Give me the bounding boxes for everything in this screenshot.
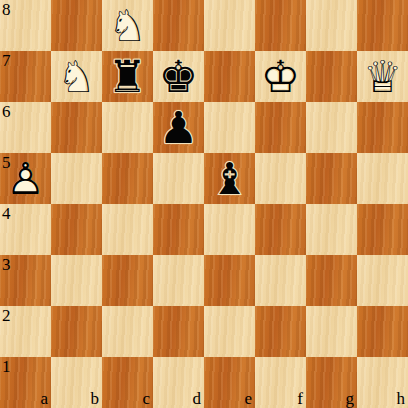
square-a5[interactable]: 5♟♙	[0, 153, 51, 204]
square-e1[interactable]: e	[204, 357, 255, 408]
square-c1[interactable]: c	[102, 357, 153, 408]
square-f3[interactable]	[255, 255, 306, 306]
square-b8[interactable]	[51, 0, 102, 51]
square-f8[interactable]	[255, 0, 306, 51]
white-piece-outline: ♕	[357, 51, 408, 102]
square-e2[interactable]	[204, 306, 255, 357]
piece-white-knight-c8[interactable]: ♞♘	[102, 0, 153, 51]
file-label-b: b	[91, 390, 100, 407]
square-b7[interactable]: ♞♘	[51, 51, 102, 102]
square-a6[interactable]: 6	[0, 102, 51, 153]
white-piece-outline: ♘	[102, 0, 153, 51]
square-d7[interactable]: ♚♚	[153, 51, 204, 102]
rank-label-7: 7	[2, 52, 11, 69]
piece-black-rook-c7[interactable]: ♜♜	[102, 51, 153, 102]
square-g4[interactable]	[306, 204, 357, 255]
square-g8[interactable]	[306, 0, 357, 51]
square-h6[interactable]	[357, 102, 408, 153]
square-d6[interactable]: ♟♟	[153, 102, 204, 153]
square-b1[interactable]: b	[51, 357, 102, 408]
file-label-g: g	[346, 390, 355, 407]
white-piece-outline: ♙	[0, 153, 51, 204]
square-h5[interactable]	[357, 153, 408, 204]
piece-white-queen-h7[interactable]: ♛♕	[357, 51, 408, 102]
piece-black-pawn-d6[interactable]: ♟♟	[153, 102, 204, 153]
square-h2[interactable]	[357, 306, 408, 357]
square-b2[interactable]	[51, 306, 102, 357]
black-piece-body: ♝	[204, 153, 255, 204]
square-a2[interactable]: 2	[0, 306, 51, 357]
square-f7[interactable]: ♚♔	[255, 51, 306, 102]
square-f2[interactable]	[255, 306, 306, 357]
square-c2[interactable]	[102, 306, 153, 357]
white-piece-outline: ♔	[255, 51, 306, 102]
square-c4[interactable]	[102, 204, 153, 255]
square-h8[interactable]	[357, 0, 408, 51]
file-label-f: f	[297, 390, 303, 407]
file-label-h: h	[397, 390, 406, 407]
piece-black-king-d7[interactable]: ♚♚	[153, 51, 204, 102]
square-f6[interactable]	[255, 102, 306, 153]
rank-label-4: 4	[2, 205, 11, 222]
square-c8[interactable]: ♞♘	[102, 0, 153, 51]
square-h1[interactable]: h	[357, 357, 408, 408]
square-d5[interactable]	[153, 153, 204, 204]
square-e8[interactable]	[204, 0, 255, 51]
square-g2[interactable]	[306, 306, 357, 357]
square-g7[interactable]	[306, 51, 357, 102]
square-g3[interactable]	[306, 255, 357, 306]
square-d8[interactable]	[153, 0, 204, 51]
square-c7[interactable]: ♜♜	[102, 51, 153, 102]
file-label-d: d	[193, 390, 202, 407]
square-c6[interactable]	[102, 102, 153, 153]
square-d3[interactable]	[153, 255, 204, 306]
file-label-e: e	[244, 390, 252, 407]
piece-black-bishop-e5[interactable]: ♝♝	[204, 153, 255, 204]
square-a4[interactable]: 4	[0, 204, 51, 255]
square-a3[interactable]: 3	[0, 255, 51, 306]
square-f4[interactable]	[255, 204, 306, 255]
rank-label-1: 1	[2, 358, 11, 375]
square-b6[interactable]	[51, 102, 102, 153]
square-c3[interactable]	[102, 255, 153, 306]
square-g5[interactable]	[306, 153, 357, 204]
file-label-a: a	[40, 390, 48, 407]
square-b4[interactable]	[51, 204, 102, 255]
square-e6[interactable]	[204, 102, 255, 153]
square-b3[interactable]	[51, 255, 102, 306]
black-piece-body: ♜	[102, 51, 153, 102]
square-g1[interactable]: g	[306, 357, 357, 408]
square-d1[interactable]: d	[153, 357, 204, 408]
square-d2[interactable]	[153, 306, 204, 357]
square-f1[interactable]: f	[255, 357, 306, 408]
white-piece-outline: ♘	[51, 51, 102, 102]
piece-white-knight-b7[interactable]: ♞♘	[51, 51, 102, 102]
square-f5[interactable]	[255, 153, 306, 204]
rank-label-2: 2	[2, 307, 11, 324]
square-d4[interactable]	[153, 204, 204, 255]
piece-white-pawn-a5[interactable]: ♟♙	[0, 153, 51, 204]
square-g6[interactable]	[306, 102, 357, 153]
square-e5[interactable]: ♝♝	[204, 153, 255, 204]
rank-label-3: 3	[2, 256, 11, 273]
black-piece-body: ♚	[153, 51, 204, 102]
black-piece-body: ♟	[153, 102, 204, 153]
rank-label-6: 6	[2, 103, 11, 120]
square-a1[interactable]: 1a	[0, 357, 51, 408]
square-c5[interactable]	[102, 153, 153, 204]
chess-board: 8♞♘7♞♘♜♜♚♚♚♔♛♕6♟♟5♟♙♝♝4321abcdefgh	[0, 0, 408, 408]
square-a8[interactable]: 8	[0, 0, 51, 51]
square-e7[interactable]	[204, 51, 255, 102]
square-a7[interactable]: 7	[0, 51, 51, 102]
chess-app: 8♞♘7♞♘♜♜♚♚♚♔♛♕6♟♟5♟♙♝♝4321abcdefgh	[0, 0, 408, 408]
square-h3[interactable]	[357, 255, 408, 306]
square-b5[interactable]	[51, 153, 102, 204]
square-h7[interactable]: ♛♕	[357, 51, 408, 102]
piece-white-king-f7[interactable]: ♚♔	[255, 51, 306, 102]
file-label-c: c	[142, 390, 150, 407]
square-e4[interactable]	[204, 204, 255, 255]
rank-label-8: 8	[2, 1, 11, 18]
square-h4[interactable]	[357, 204, 408, 255]
square-e3[interactable]	[204, 255, 255, 306]
